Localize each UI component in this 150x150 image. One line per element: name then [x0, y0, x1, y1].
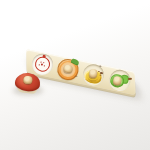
apple-piece-removed[interactable] — [14, 72, 41, 95]
banana-stem-tips — [100, 71, 103, 74]
apple-recess — [30, 52, 54, 76]
pear-stem — [127, 78, 131, 80]
orange-piece[interactable] — [56, 57, 80, 81]
banana-recess — [82, 63, 106, 87]
pear-recess — [107, 68, 131, 92]
product-photo-scene — [0, 0, 150, 150]
